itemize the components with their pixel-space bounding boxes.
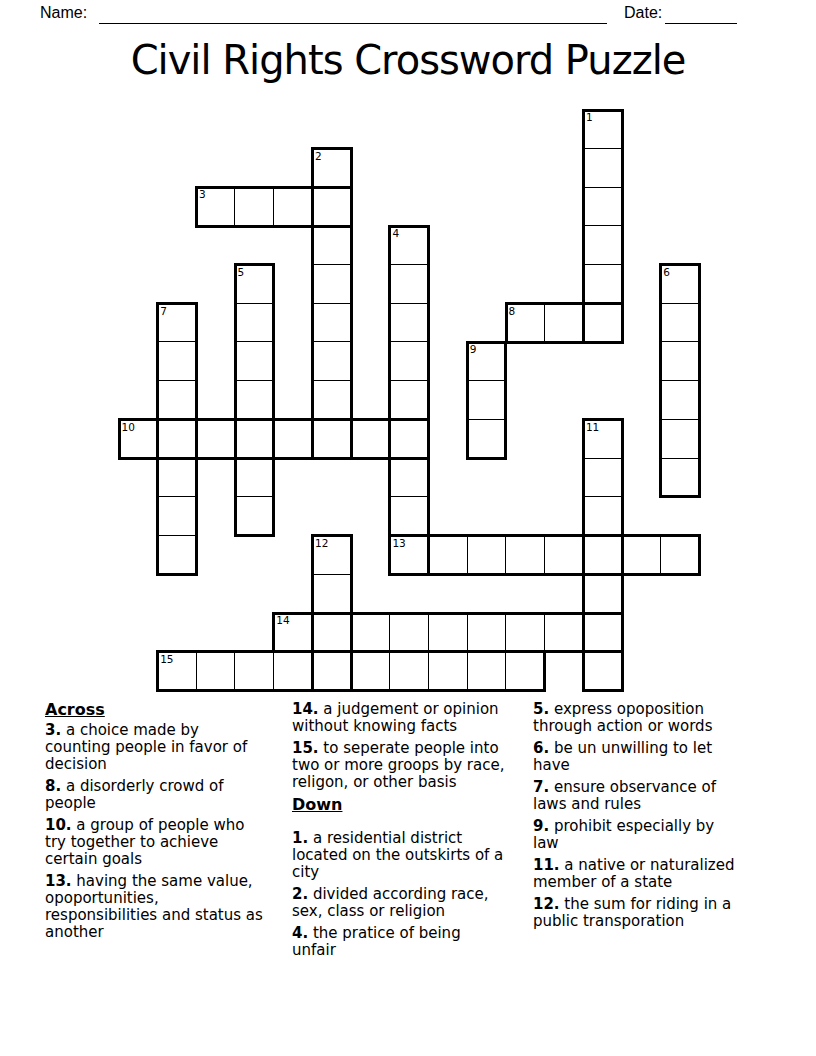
- clue-down-9: 9. prohibit especially by law: [533, 818, 773, 852]
- clue-number: 14.: [292, 700, 319, 718]
- clue-down-5: 5. express opoposition through action or…: [533, 701, 773, 735]
- grid-cell-r14c12[interactable]: [583, 651, 623, 691]
- clue-number: 1.: [292, 829, 308, 847]
- grid-cell-r8c1[interactable]: [157, 419, 197, 459]
- grid-cell-r6c9[interactable]: [467, 341, 507, 381]
- grid-cell-r11c7[interactable]: [389, 535, 429, 575]
- clue-number: 8.: [45, 777, 61, 795]
- clue-text: express opoposition through action or wo…: [533, 700, 712, 735]
- clue-number: 7.: [533, 778, 549, 796]
- grid-cell-r8c3[interactable]: [234, 419, 274, 459]
- grid-cell-r6c3[interactable]: [234, 341, 274, 381]
- grid-cell-r2c3[interactable]: [234, 187, 274, 227]
- grid-cell-r14c6[interactable]: [350, 651, 390, 691]
- clue-down-1: 1. a residential district located on the…: [292, 830, 530, 881]
- grid-cell-r3c5[interactable]: [312, 225, 352, 265]
- clue-number: 11.: [533, 856, 560, 874]
- clue-across-10: 10. a group of people who try together t…: [45, 817, 288, 868]
- grid-cell-r7c7[interactable]: [389, 380, 429, 420]
- grid-cell-r11c5[interactable]: [312, 535, 352, 575]
- grid-cell-r5c5[interactable]: [312, 303, 352, 343]
- grid-cell-r11c14[interactable]: [660, 535, 700, 575]
- clues-column-2: 14. a judgement or opinion without knowi…: [292, 701, 530, 964]
- grid-cell-r9c7[interactable]: [389, 458, 429, 498]
- clue-across-3: 3. a choice made by counting people in f…: [45, 722, 288, 773]
- grid-cell-r11c9[interactable]: [467, 535, 507, 575]
- grid-cell-r14c2[interactable]: [196, 651, 236, 691]
- grid-cell-r14c10[interactable]: [505, 651, 545, 691]
- clue-down-6: 6. be un unwilling to let have: [533, 740, 773, 774]
- clue-text: the pratice of being unfair: [292, 924, 461, 959]
- grid-cell-r10c3[interactable]: [234, 496, 274, 536]
- clue-text: a judgement or opinion without knowing f…: [292, 700, 499, 735]
- clue-text: ensure observance of laws and rules: [533, 778, 716, 813]
- clue-down-2: 2. divided according race, sex, class or…: [292, 886, 530, 920]
- grid-cell-r14c1[interactable]: [157, 651, 197, 691]
- grid-cell-r0c12[interactable]: [583, 109, 623, 149]
- clue-text: a native or naturalized member of a stat…: [533, 856, 734, 891]
- clue-text: a choice made by counting people in favo…: [45, 721, 247, 773]
- grid-cell-r5c7[interactable]: [389, 303, 429, 343]
- grid-cell-r1c5[interactable]: [312, 148, 352, 188]
- clue-text: to seperate people into two or more groo…: [292, 739, 504, 791]
- grid-cell-r8c9[interactable]: [467, 419, 507, 459]
- crossword-grid: 381013141512456791112: [119, 110, 700, 691]
- clues-column-1: Across3. a choice made by counting peopl…: [45, 701, 288, 946]
- clue-number: 13.: [45, 872, 72, 890]
- grid-cell-r4c7[interactable]: [389, 264, 429, 304]
- grid-cell-r11c13[interactable]: [621, 535, 661, 575]
- grid-cell-r5c1[interactable]: [157, 303, 197, 343]
- grid-cell-r8c2[interactable]: [196, 419, 236, 459]
- clue-number: 9.: [533, 817, 549, 835]
- grid-cell-r10c12[interactable]: [583, 496, 623, 536]
- grid-cell-r8c14[interactable]: [660, 419, 700, 459]
- grid-cell-r7c9[interactable]: [467, 380, 507, 420]
- grid-cell-r8c5[interactable]: [312, 419, 352, 459]
- grid-cell-r5c14[interactable]: [660, 303, 700, 343]
- grid-cell-r6c1[interactable]: [157, 341, 197, 381]
- grid-cell-r7c3[interactable]: [234, 380, 274, 420]
- crossword-worksheet-page: { "game": "crossword", "page": { "name_l…: [0, 0, 816, 1056]
- clue-number: 15.: [292, 739, 319, 757]
- grid-cell-r5c3[interactable]: [234, 303, 274, 343]
- grid-cell-r10c7[interactable]: [389, 496, 429, 536]
- clue-text: a disorderly crowd of people: [45, 777, 223, 812]
- clue-number: 12.: [533, 895, 560, 913]
- clue-text: prohibit especially by law: [533, 817, 714, 852]
- clue-text: having the same value, opoportunities, r…: [45, 872, 263, 941]
- grid-cell-r8c7[interactable]: [389, 419, 429, 459]
- grid-cell-r2c2[interactable]: [196, 187, 236, 227]
- grid-cell-r14c9[interactable]: [467, 651, 507, 691]
- grid-cell-r9c12[interactable]: [583, 458, 623, 498]
- grid-cell-r11c10[interactable]: [505, 535, 545, 575]
- clue-down-11: 11. a native or naturalized member of a …: [533, 857, 773, 891]
- grid-cell-r5c10[interactable]: [505, 303, 545, 343]
- grid-cell-r1c12[interactable]: [583, 148, 623, 188]
- grid-cell-r13c5[interactable]: [312, 612, 352, 652]
- grid-cell-r4c5[interactable]: [312, 264, 352, 304]
- grid-cell-r8c12[interactable]: [583, 419, 623, 459]
- clue-number: 6.: [533, 739, 549, 757]
- grid-cell-r7c1[interactable]: [157, 380, 197, 420]
- clue-number: 5.: [533, 700, 549, 718]
- clue-text: a group of people who try together to ac…: [45, 816, 244, 868]
- grid-cell-r9c14[interactable]: [660, 458, 700, 498]
- grid-cell-r2c12[interactable]: [583, 187, 623, 227]
- grid-cell-r13c6[interactable]: [350, 612, 390, 652]
- grid-cell-r12c12[interactable]: [583, 574, 623, 614]
- grid-cell-r4c3[interactable]: [234, 264, 274, 304]
- grid-cell-r14c5[interactable]: [312, 651, 352, 691]
- grid-cell-r11c1[interactable]: [157, 535, 197, 575]
- clue-across-8: 8. a disorderly crowd of people: [45, 778, 288, 812]
- across-clues-header: Across: [45, 701, 288, 719]
- clue-down-12: 12. the sum for riding in a public trans…: [533, 896, 773, 930]
- grid-cell-r11c8[interactable]: [428, 535, 468, 575]
- clue-number: 10.: [45, 816, 72, 834]
- grid-cell-r5c12[interactable]: [583, 303, 623, 343]
- clue-number: 3.: [45, 721, 61, 739]
- clue-text: divided according race, sex, class or re…: [292, 885, 489, 920]
- clue-across-15: 15. to seperate people into two or more …: [292, 740, 530, 791]
- grid-cell-r3c7[interactable]: [389, 225, 429, 265]
- grid-cell-r13c11[interactable]: [544, 612, 584, 652]
- grid-cell-r14c7[interactable]: [389, 651, 429, 691]
- grid-cell-r14c8[interactable]: [428, 651, 468, 691]
- clue-number: 4.: [292, 924, 308, 942]
- grid-cell-r2c4[interactable]: [273, 187, 313, 227]
- grid-cell-r11c11[interactable]: [544, 535, 584, 575]
- grid-cell-r13c8[interactable]: [428, 612, 468, 652]
- name-label: Name:: [40, 4, 87, 22]
- grid-cell-r11c12[interactable]: [583, 535, 623, 575]
- grid-cell-r12c5[interactable]: [312, 574, 352, 614]
- grid-cell-r9c1[interactable]: [157, 458, 197, 498]
- clue-text: the sum for riding in a public transpora…: [533, 895, 731, 930]
- clue-number: 2.: [292, 885, 308, 903]
- grid-cell-r13c4[interactable]: [273, 612, 313, 652]
- grid-cell-r13c12[interactable]: [583, 612, 623, 652]
- grid-cell-r3c12[interactable]: [583, 225, 623, 265]
- date-label: Date:: [624, 4, 662, 22]
- clue-text: be un unwilling to let have: [533, 739, 712, 774]
- down-clues-header: Down: [292, 796, 530, 814]
- clue-down-4: 4. the pratice of being unfair: [292, 925, 530, 959]
- grid-cell-r13c7[interactable]: [389, 612, 429, 652]
- clue-across-13: 13. having the same value, opoportunitie…: [45, 873, 288, 941]
- grid-cell-r2c5[interactable]: [312, 187, 352, 227]
- date-input-line[interactable]: [665, 5, 737, 24]
- clues-column-3: 5. express opoposition through action or…: [533, 701, 773, 935]
- grid-cell-r8c4[interactable]: [273, 419, 313, 459]
- grid-cell-r7c14[interactable]: [660, 380, 700, 420]
- grid-cell-r7c5[interactable]: [312, 380, 352, 420]
- grid-cell-r14c3[interactable]: [234, 651, 274, 691]
- grid-cell-r13c9[interactable]: [467, 612, 507, 652]
- grid-cell-r9c3[interactable]: [234, 458, 274, 498]
- clue-down-7: 7. ensure observance of laws and rules: [533, 779, 773, 813]
- grid-cell-r5c11[interactable]: [544, 303, 584, 343]
- grid-cell-r4c12[interactable]: [583, 264, 623, 304]
- name-input-line[interactable]: [99, 5, 607, 24]
- grid-cell-r4c14[interactable]: [660, 264, 700, 304]
- grid-cell-r10c1[interactable]: [157, 496, 197, 536]
- puzzle-title: Civil Rights Crossword Puzzle: [0, 37, 816, 83]
- grid-cell-r8c0[interactable]: [118, 419, 158, 459]
- grid-cell-r14c4[interactable]: [273, 651, 313, 691]
- grid-cell-r13c10[interactable]: [505, 612, 545, 652]
- grid-cell-r8c6[interactable]: [350, 419, 390, 459]
- grid-cell-r6c14[interactable]: [660, 341, 700, 381]
- grid-cell-r6c7[interactable]: [389, 341, 429, 381]
- clue-across-14: 14. a judgement or opinion without knowi…: [292, 701, 530, 735]
- grid-cell-r6c5[interactable]: [312, 341, 352, 381]
- clue-text: a residential district located on the ou…: [292, 829, 503, 881]
